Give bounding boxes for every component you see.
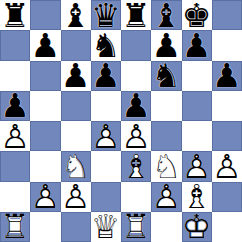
square-b3[interactable] — [30, 151, 60, 181]
white-pawn-outline-icon: ♙ — [30, 182, 60, 212]
white-queen-icon: ♛ — [91, 212, 121, 242]
square-a2[interactable] — [0, 182, 30, 212]
white-bishop-icon: ♝ — [121, 151, 151, 181]
square-h3[interactable]: ♟♙ — [212, 151, 242, 181]
piece-black-pawn[interactable]: ♟ — [61, 61, 91, 91]
square-e7[interactable] — [121, 30, 151, 60]
square-f8[interactable]: ♝ — [151, 0, 181, 30]
piece-white-bishop[interactable]: ♝♗ — [121, 151, 151, 181]
white-pawn-icon: ♟ — [91, 121, 121, 151]
black-rook-icon: ♜ — [0, 0, 30, 30]
white-pawn-outline-icon: ♙ — [182, 151, 212, 181]
piece-white-pawn[interactable]: ♟♙ — [121, 121, 151, 151]
square-a8[interactable]: ♜ — [0, 0, 30, 30]
square-g7[interactable]: ♟ — [182, 30, 212, 60]
square-f1[interactable] — [151, 212, 181, 242]
black-knight-icon: ♞ — [151, 61, 181, 91]
black-pawn-icon: ♟ — [0, 91, 30, 121]
square-b5[interactable] — [30, 91, 60, 121]
black-pawn-icon: ♟ — [151, 30, 181, 60]
piece-white-pawn[interactable]: ♟♙ — [30, 182, 60, 212]
piece-black-king[interactable]: ♚ — [182, 0, 212, 30]
square-e2[interactable] — [121, 182, 151, 212]
square-b7[interactable]: ♟ — [30, 30, 60, 60]
square-d1[interactable]: ♛♕ — [91, 212, 121, 242]
piece-white-pawn[interactable]: ♟♙ — [151, 182, 181, 212]
black-pawn-icon: ♟ — [91, 61, 121, 91]
black-bishop-icon: ♝ — [151, 0, 181, 30]
black-pawn-icon: ♟ — [212, 61, 242, 91]
white-knight-outline-icon: ♘ — [151, 151, 181, 181]
square-a3[interactable] — [0, 151, 30, 181]
square-c7[interactable] — [61, 30, 91, 60]
white-pawn-icon: ♟ — [121, 121, 151, 151]
piece-white-pawn[interactable]: ♟♙ — [0, 121, 30, 151]
white-pawn-outline-icon: ♙ — [212, 151, 242, 181]
white-pawn-icon: ♟ — [0, 121, 30, 151]
square-a1[interactable]: ♜♖ — [0, 212, 30, 242]
square-b4[interactable] — [30, 121, 60, 151]
piece-white-pawn[interactable]: ♟♙ — [61, 182, 91, 212]
square-a7[interactable] — [0, 30, 30, 60]
square-f5[interactable] — [151, 91, 181, 121]
square-h8[interactable] — [212, 0, 242, 30]
piece-black-bishop[interactable]: ♝ — [151, 0, 181, 30]
square-c8[interactable]: ♝ — [61, 0, 91, 30]
white-king-outline-icon: ♔ — [182, 212, 212, 242]
square-e6[interactable] — [121, 61, 151, 91]
white-pawn-outline-icon: ♙ — [151, 182, 181, 212]
square-e5[interactable]: ♟ — [121, 91, 151, 121]
black-rook-icon: ♜ — [121, 0, 151, 30]
white-king-icon: ♚ — [182, 212, 212, 242]
black-pawn-icon: ♟ — [61, 61, 91, 91]
square-e3[interactable]: ♝♗ — [121, 151, 151, 181]
piece-black-queen[interactable]: ♛ — [91, 0, 121, 30]
square-d4[interactable]: ♟♙ — [91, 121, 121, 151]
piece-black-bishop[interactable]: ♝ — [61, 0, 91, 30]
white-pawn-icon: ♟ — [151, 182, 181, 212]
piece-white-knight[interactable]: ♞♘ — [61, 151, 91, 181]
square-b6[interactable] — [30, 61, 60, 91]
square-g2[interactable]: ♝♗ — [182, 182, 212, 212]
square-g1[interactable]: ♚♔ — [182, 212, 212, 242]
square-f3[interactable]: ♞♘ — [151, 151, 181, 181]
piece-black-pawn[interactable]: ♟ — [91, 61, 121, 91]
white-pawn-icon: ♟ — [30, 182, 60, 212]
square-g6[interactable] — [182, 61, 212, 91]
square-f7[interactable]: ♟ — [151, 30, 181, 60]
white-pawn-icon: ♟ — [182, 151, 212, 181]
square-c5[interactable] — [61, 91, 91, 121]
square-g8[interactable]: ♚ — [182, 0, 212, 30]
square-e8[interactable]: ♜ — [121, 0, 151, 30]
black-queen-icon: ♛ — [91, 0, 121, 30]
square-d7[interactable]: ♞ — [91, 30, 121, 60]
white-rook-outline-icon: ♖ — [121, 212, 151, 242]
white-pawn-icon: ♟ — [212, 151, 242, 181]
square-h7[interactable] — [212, 30, 242, 60]
white-pawn-outline-icon: ♙ — [91, 121, 121, 151]
white-rook-icon: ♜ — [121, 212, 151, 242]
black-bishop-icon: ♝ — [61, 0, 91, 30]
chess-board: ♜♝♛♜♝♚♟♞♟♟♟♟♞♟♟♟♟♙♟♙♟♙♞♘♝♗♞♘♟♙♟♙♟♙♟♙♟♙♝♗… — [0, 0, 242, 242]
piece-white-pawn[interactable]: ♟♙ — [182, 151, 212, 181]
white-rook-outline-icon: ♖ — [0, 212, 30, 242]
white-queen-outline-icon: ♕ — [91, 212, 121, 242]
black-pawn-icon: ♟ — [121, 91, 151, 121]
square-c6[interactable]: ♟ — [61, 61, 91, 91]
square-g3[interactable]: ♟♙ — [182, 151, 212, 181]
white-bishop-outline-icon: ♗ — [121, 151, 151, 181]
square-d5[interactable] — [91, 91, 121, 121]
square-a6[interactable] — [0, 61, 30, 91]
square-f2[interactable]: ♟♙ — [151, 182, 181, 212]
black-knight-icon: ♞ — [91, 30, 121, 60]
square-c4[interactable] — [61, 121, 91, 151]
piece-black-rook[interactable]: ♜ — [0, 0, 30, 30]
square-h6[interactable]: ♟ — [212, 61, 242, 91]
piece-black-knight[interactable]: ♞ — [151, 61, 181, 91]
square-b8[interactable] — [30, 0, 60, 30]
square-h4[interactable] — [212, 121, 242, 151]
white-pawn-icon: ♟ — [61, 182, 91, 212]
square-c3[interactable]: ♞♘ — [61, 151, 91, 181]
square-e4[interactable]: ♟♙ — [121, 121, 151, 151]
piece-white-pawn[interactable]: ♟♙ — [91, 121, 121, 151]
white-knight-icon: ♞ — [151, 151, 181, 181]
white-pawn-outline-icon: ♙ — [61, 182, 91, 212]
square-g5[interactable] — [182, 91, 212, 121]
piece-white-queen[interactable]: ♛♕ — [91, 212, 121, 242]
white-bishop-outline-icon: ♗ — [182, 182, 212, 212]
piece-white-rook[interactable]: ♜♖ — [0, 212, 30, 242]
piece-black-pawn[interactable]: ♟ — [121, 91, 151, 121]
square-d8[interactable]: ♛ — [91, 0, 121, 30]
black-pawn-icon: ♟ — [182, 30, 212, 60]
square-d3[interactable] — [91, 151, 121, 181]
piece-white-king[interactable]: ♚♔ — [182, 212, 212, 242]
square-d6[interactable]: ♟ — [91, 61, 121, 91]
piece-black-pawn[interactable]: ♟ — [0, 91, 30, 121]
piece-black-pawn[interactable]: ♟ — [30, 30, 60, 60]
square-c1[interactable] — [61, 212, 91, 242]
piece-black-pawn[interactable]: ♟ — [212, 61, 242, 91]
square-b2[interactable]: ♟♙ — [30, 182, 60, 212]
square-c2[interactable]: ♟♙ — [61, 182, 91, 212]
square-g4[interactable] — [182, 121, 212, 151]
white-knight-icon: ♞ — [61, 151, 91, 181]
white-bishop-icon: ♝ — [182, 182, 212, 212]
white-pawn-outline-icon: ♙ — [121, 121, 151, 151]
piece-white-pawn[interactable]: ♟♙ — [212, 151, 242, 181]
square-a4[interactable]: ♟♙ — [0, 121, 30, 151]
white-knight-outline-icon: ♘ — [61, 151, 91, 181]
piece-black-pawn[interactable]: ♟ — [151, 30, 181, 60]
square-h2[interactable] — [212, 182, 242, 212]
piece-white-bishop[interactable]: ♝♗ — [182, 182, 212, 212]
square-d2[interactable] — [91, 182, 121, 212]
white-rook-icon: ♜ — [0, 212, 30, 242]
square-a5[interactable]: ♟ — [0, 91, 30, 121]
square-b1[interactable] — [30, 212, 60, 242]
square-f4[interactable] — [151, 121, 181, 151]
black-king-icon: ♚ — [182, 0, 212, 30]
square-e1[interactable]: ♜♖ — [121, 212, 151, 242]
white-pawn-outline-icon: ♙ — [0, 121, 30, 151]
square-f6[interactable]: ♞ — [151, 61, 181, 91]
square-h1[interactable] — [212, 212, 242, 242]
square-h5[interactable] — [212, 91, 242, 121]
piece-black-pawn[interactable]: ♟ — [182, 30, 212, 60]
piece-black-rook[interactable]: ♜ — [121, 0, 151, 30]
piece-white-knight[interactable]: ♞♘ — [151, 151, 181, 181]
black-pawn-icon: ♟ — [30, 30, 60, 60]
piece-white-rook[interactable]: ♜♖ — [121, 212, 151, 242]
piece-black-knight[interactable]: ♞ — [91, 30, 121, 60]
